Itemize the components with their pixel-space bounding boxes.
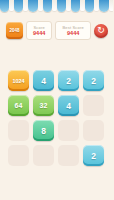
tile-2: 2 bbox=[83, 145, 104, 166]
best-score-box: Best Score 9444 bbox=[55, 21, 91, 40]
board-cell: 4 bbox=[58, 95, 79, 116]
board-cell: 32 bbox=[33, 95, 54, 116]
awning-stripe-blue bbox=[0, 0, 9, 12]
board-cell: 2 bbox=[83, 145, 104, 166]
board-cell bbox=[8, 120, 29, 141]
awning-stripe-white bbox=[109, 0, 114, 11]
awning-stripe-blue bbox=[57, 0, 66, 12]
board-cell bbox=[83, 95, 104, 116]
awning-stripe-blue bbox=[99, 0, 108, 12]
board-cell: 8 bbox=[33, 120, 54, 141]
awning-stripe-blue bbox=[28, 0, 37, 12]
tile-4: 4 bbox=[58, 95, 79, 116]
board-cell bbox=[33, 145, 54, 166]
awning-stripe-blue bbox=[43, 0, 52, 12]
tile-1024: 1024 bbox=[8, 70, 29, 91]
tile-2: 2 bbox=[58, 70, 79, 91]
board-cell: 2 bbox=[83, 70, 104, 91]
board-cell: 2 bbox=[58, 70, 79, 91]
board-cell bbox=[58, 120, 79, 141]
score-value: 9444 bbox=[33, 30, 45, 37]
game-board-2048[interactable]: 10244226432482 bbox=[8, 70, 113, 166]
score-box: Score 9444 bbox=[26, 21, 52, 40]
header-bar: 2048 Score 9444 Best Score 9444 ↻ bbox=[6, 21, 108, 40]
awning-decoration bbox=[0, 0, 113, 13]
app-logo-2048-icon: 2048 bbox=[6, 22, 23, 39]
board-cell: 1024 bbox=[8, 70, 29, 91]
board-cell: 4 bbox=[33, 70, 54, 91]
awning-stripe-blue bbox=[71, 0, 80, 12]
best-score-value: 9444 bbox=[67, 30, 79, 37]
tile-2: 2 bbox=[83, 70, 104, 91]
board-cell bbox=[83, 120, 104, 141]
awning-stripe-white bbox=[38, 0, 43, 11]
tile-64: 64 bbox=[8, 95, 29, 116]
awning-stripe-blue bbox=[14, 0, 23, 12]
tile-4: 4 bbox=[33, 70, 54, 91]
restart-button[interactable]: ↻ bbox=[94, 24, 108, 38]
awning-stripe-blue bbox=[85, 0, 94, 12]
restart-icon: ↻ bbox=[97, 26, 105, 35]
tile-32: 32 bbox=[33, 95, 54, 116]
board-cell: 64 bbox=[8, 95, 29, 116]
board-cell bbox=[58, 145, 79, 166]
board-cell bbox=[8, 145, 29, 166]
tile-8: 8 bbox=[33, 120, 54, 141]
